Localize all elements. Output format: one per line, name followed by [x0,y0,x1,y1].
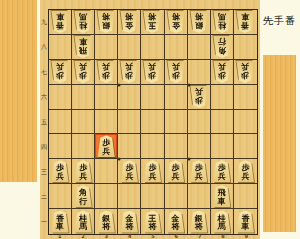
piece-kanji: 兵 [172,173,180,182]
board-cell[interactable] [72,134,95,159]
piece-kanji: 兵 [241,173,249,182]
rank-label: 九 [40,9,48,34]
board-cell[interactable] [165,85,188,110]
board-cell[interactable] [165,110,188,135]
piece-tile: 歩兵 [143,160,162,182]
gote-pawn[interactable]: 歩兵 [74,160,93,182]
sente-pawn[interactable]: 歩兵 [166,61,185,83]
rank-label: 三 [40,160,48,185]
file-label: 3 [95,234,118,239]
piece-tile: 歩兵 [189,160,208,182]
piece-tile: 金将 [120,11,139,33]
piece-tile: 銀将 [97,211,116,233]
piece-kanji: 桂 [79,20,87,29]
piece-tile: 香車 [236,11,255,33]
gote-pawn[interactable]: 歩兵 [51,160,70,182]
shogi-board: 九八七六五四三二一 香車桂馬銀将金将玉将金将銀将桂馬香車飛車角行歩兵歩兵歩兵歩兵… [40,0,260,239]
sente-pawn[interactable]: 歩兵 [74,61,93,83]
board-cell[interactable]: 歩兵 [211,60,234,85]
rank-label: 二 [40,185,48,210]
gote-pawn[interactable]: 歩兵 [120,160,139,182]
piece-kanji: 兵 [195,87,203,96]
piece-tile: 歩兵 [120,61,139,83]
board-cell[interactable]: 王将 [141,209,164,234]
piece-tile: 銀将 [189,211,208,233]
sente-rook[interactable]: 飛車 [74,36,93,58]
board-cell[interactable] [95,159,118,184]
piece-kanji: 車 [241,12,249,21]
piece-kanji: 将 [125,12,133,21]
sente-gold[interactable]: 金将 [166,11,185,33]
piece-kanji: 香 [241,20,249,29]
piece-tile: 歩兵 [166,61,185,83]
piece-kanji: 車 [56,12,64,21]
piece-tile: 歩兵 [97,135,116,157]
board-cell[interactable] [234,184,257,209]
board-cell[interactable]: 歩兵 [188,159,211,184]
piece-tile: 歩兵 [51,160,70,182]
piece-tile: 銀将 [189,11,208,33]
piece-kanji: 将 [172,12,180,21]
board-cell[interactable] [141,134,164,159]
board-cell[interactable] [188,134,211,159]
piece-tile: 歩兵 [166,160,185,182]
piece-tile: 金将 [120,211,139,233]
sente-knight[interactable]: 桂馬 [212,11,231,33]
piece-kanji: 金 [125,20,133,29]
sente-silver[interactable]: 銀将 [97,11,116,33]
sente-pawn[interactable]: 歩兵 [236,61,255,83]
board-cell[interactable] [95,110,118,135]
piece-tile: 飛車 [74,36,93,58]
piece-tile: 歩兵 [120,160,139,182]
board-cell[interactable] [188,60,211,85]
gote-silver[interactable]: 銀将 [189,211,208,233]
piece-kanji: 将 [172,223,180,232]
board-cell[interactable]: 金将 [118,209,141,234]
gote-knight[interactable]: 桂馬 [212,211,231,233]
piece-kanji: 兵 [102,62,110,71]
piece-kanji: 兵 [102,148,110,157]
board-cell[interactable] [49,85,72,110]
piece-tile: 歩兵 [212,61,231,83]
board-cell[interactable]: 歩兵 [141,159,164,184]
board-cell[interactable] [211,110,234,135]
rank-label: 七 [40,59,48,84]
board-cell[interactable] [165,134,188,159]
piece-kanji: 馬 [218,12,226,21]
piece-kanji: 将 [195,12,203,21]
gote-gold[interactable]: 金将 [166,211,185,233]
board-cell[interactable] [141,85,164,110]
shogi-diagram: 九八七六五四三二一 香車桂馬銀将金将玉将金将銀将桂馬香車飛車角行歩兵歩兵歩兵歩兵… [0,0,300,239]
rank-label: 四 [40,135,48,160]
file-label: 2 [71,234,94,239]
sente-pawn[interactable]: 歩兵 [189,86,208,108]
gote-silver[interactable]: 銀将 [97,211,116,233]
board-cell[interactable]: 歩兵 [49,60,72,85]
board-cell[interactable] [188,35,211,60]
rank-label: 五 [40,109,48,134]
board-cell[interactable]: 玉将 [141,10,164,35]
piece-tile: 歩兵 [97,61,116,83]
sente-silver[interactable]: 銀将 [189,11,208,33]
piece-kanji: 香 [56,20,64,29]
board-cell[interactable] [118,35,141,60]
piece-tile: 桂馬 [74,211,93,233]
piece-tile: 香車 [236,211,255,233]
piece-tile: 香車 [51,11,70,33]
board-cell[interactable]: 歩兵 [49,159,72,184]
board-cell[interactable] [141,110,164,135]
piece-kanji: 兵 [218,173,226,182]
piece-kanji: 歩 [218,70,226,79]
board-cell[interactable]: 歩兵 [234,159,257,184]
piece-tile: 桂馬 [212,11,231,33]
board-cell[interactable]: 金将 [118,10,141,35]
piece-kanji: 歩 [79,70,87,79]
board-cell[interactable] [234,110,257,135]
rank-label: 八 [40,34,48,59]
piece-tile: 桂馬 [212,211,231,233]
piece-tile: 角行 [74,185,93,207]
board-cell[interactable] [165,35,188,60]
piece-kanji: 桂 [218,20,226,29]
board-cell[interactable] [211,85,234,110]
gote-pawn[interactable]: 歩兵 [97,135,116,157]
piece-kanji: 角 [218,45,226,54]
piece-tile: 飛車 [212,185,231,207]
piece-kanji: 車 [56,223,64,232]
piece-kanji: 歩 [195,95,203,104]
turn-indicator: 先手番 [263,15,299,27]
board-cell[interactable] [49,35,72,60]
file-label: 9 [235,234,258,239]
piece-tile: 歩兵 [74,61,93,83]
board-cell[interactable]: 銀将 [188,209,211,234]
sente-knight[interactable]: 桂馬 [74,11,93,33]
board-cell[interactable]: 歩兵 [211,159,234,184]
piece-kanji: 歩 [102,70,110,79]
board-cell[interactable] [95,35,118,60]
board-cell[interactable] [95,85,118,110]
board-cell[interactable] [118,85,141,110]
piece-kanji: 馬 [218,223,226,232]
piece-kanji: 将 [102,223,110,232]
board-cell[interactable]: 歩兵 [141,60,164,85]
sente-gold[interactable]: 金将 [120,11,139,33]
board-cell[interactable] [141,184,164,209]
piece-kanji: 兵 [172,62,180,71]
piece-kanji: 将 [102,12,110,21]
gote-gold[interactable]: 金将 [120,211,139,233]
piece-tile: 玉将 [143,11,162,33]
file-labels: 123456789 [48,234,258,239]
piece-tile: 歩兵 [51,61,70,83]
piece-kanji: 将 [148,223,156,232]
board-cell[interactable] [118,134,141,159]
board-cell[interactable] [165,184,188,209]
board-cell[interactable] [234,134,257,159]
sente-lance[interactable]: 香車 [51,11,70,33]
gote-pawn[interactable]: 歩兵 [189,160,208,182]
piece-kanji: 銀 [102,20,110,29]
file-label: 6 [165,234,188,239]
piece-tile: 歩兵 [143,61,162,83]
board-cell[interactable]: 歩兵 [95,134,118,159]
piece-tile: 角行 [212,36,231,58]
board-cell[interactable] [49,184,72,209]
board-cell[interactable]: 金将 [165,10,188,35]
board-cell[interactable]: 桂馬 [72,209,95,234]
piece-kanji: 行 [79,198,87,207]
sente-pawn[interactable]: 歩兵 [120,61,139,83]
piece-tile: 金将 [166,211,185,233]
board-cell[interactable]: 銀将 [95,10,118,35]
piece-tile: 香車 [51,211,70,233]
board-cell[interactable] [95,184,118,209]
board-cell[interactable] [72,85,95,110]
piece-kanji: 兵 [56,173,64,182]
piece-tile: 銀将 [97,11,116,33]
piece-kanji: 飛 [79,45,87,54]
rank-label: 一 [40,210,48,235]
gote-pawn[interactable]: 歩兵 [212,160,231,182]
file-label: 8 [211,234,234,239]
board-cell[interactable] [118,110,141,135]
board-cell[interactable] [188,110,211,135]
board-cell[interactable]: 飛車 [211,184,234,209]
board-cell[interactable]: 銀将 [188,10,211,35]
piece-kanji: 兵 [125,62,133,71]
rank-label: 六 [40,84,48,109]
piece-kanji: 将 [195,223,203,232]
board-cell[interactable]: 香車 [234,209,257,234]
board-cell[interactable]: 歩兵 [72,159,95,184]
piece-kanji: 兵 [148,62,156,71]
board-cell[interactable]: 飛車 [72,35,95,60]
board-cell[interactable]: 桂馬 [211,209,234,234]
board-cell[interactable] [49,134,72,159]
file-label: 1 [48,234,71,239]
board-cell[interactable]: 歩兵 [118,60,141,85]
board-cell[interactable]: 桂馬 [211,10,234,35]
board-cell[interactable]: 金将 [165,209,188,234]
piece-tile: 金将 [166,11,185,33]
file-label: 7 [188,234,211,239]
piece-kanji: 歩 [125,70,133,79]
board-cell[interactable] [234,35,257,60]
sente-pawn[interactable]: 歩兵 [51,61,70,83]
right-wood-panel [263,55,296,232]
sente-pawn[interactable]: 歩兵 [212,61,231,83]
board-cell[interactable] [188,184,211,209]
board-cell[interactable]: 銀将 [95,209,118,234]
board-cell[interactable]: 歩兵 [188,85,211,110]
board-cell[interactable]: 歩兵 [165,159,188,184]
board-cell[interactable]: 歩兵 [72,60,95,85]
sente-king[interactable]: 玉将 [143,11,162,33]
piece-kanji: 将 [125,223,133,232]
sente-bishop[interactable]: 角行 [212,36,231,58]
sente-lance[interactable]: 香車 [236,11,255,33]
piece-tile: 歩兵 [236,160,255,182]
sente-pawn[interactable]: 歩兵 [143,61,162,83]
gote-knight[interactable]: 桂馬 [74,211,93,233]
gote-lance[interactable]: 香車 [51,211,70,233]
piece-kanji: 銀 [195,20,203,29]
piece-kanji: 玉 [148,20,156,29]
board-cell[interactable]: 桂馬 [72,10,95,35]
gote-pawn[interactable]: 歩兵 [236,160,255,182]
piece-tile: 歩兵 [212,160,231,182]
board-cell[interactable]: 歩兵 [165,60,188,85]
board-cell[interactable]: 歩兵 [234,60,257,85]
gote-bishop[interactable]: 角行 [74,185,93,207]
gote-pawn[interactable]: 歩兵 [143,160,162,182]
piece-kanji: 歩 [56,70,64,79]
piece-kanji: 車 [218,198,226,207]
board-cell[interactable] [49,110,72,135]
piece-kanji: 歩 [172,70,180,79]
piece-kanji: 兵 [79,173,87,182]
board-grid: 香車桂馬銀将金将玉将金将銀将桂馬香車飛車角行歩兵歩兵歩兵歩兵歩兵歩兵歩兵歩兵歩兵… [48,9,258,235]
piece-kanji: 兵 [79,62,87,71]
board-cell[interactable]: 角行 [211,35,234,60]
sente-pawn[interactable]: 歩兵 [97,61,116,83]
piece-kanji: 兵 [195,173,203,182]
piece-kanji: 車 [79,37,87,46]
piece-kanji: 歩 [241,70,249,79]
board-cell[interactable] [118,184,141,209]
board-cell[interactable]: 歩兵 [95,60,118,85]
rank-labels: 九八七六五四三二一 [40,9,48,235]
piece-kanji: 兵 [56,62,64,71]
board-cell[interactable]: 角行 [72,184,95,209]
board-cell[interactable]: 歩兵 [118,159,141,184]
piece-kanji: 金 [172,20,180,29]
board-cell[interactable] [141,35,164,60]
piece-kanji: 兵 [148,173,156,182]
piece-tile: 歩兵 [74,160,93,182]
board-cell[interactable] [211,134,234,159]
piece-tile: 歩兵 [189,86,208,108]
gote-rook[interactable]: 飛車 [212,185,231,207]
piece-tile: 王将 [143,211,162,233]
file-label: 5 [141,234,164,239]
piece-kanji: 将 [148,12,156,21]
piece-kanji: 兵 [241,62,249,71]
piece-kanji: 歩 [148,70,156,79]
piece-kanji: 馬 [79,12,87,21]
piece-kanji: 兵 [218,62,226,71]
board-cell[interactable] [234,85,257,110]
left-wood-panel [0,0,37,182]
piece-kanji: 馬 [79,223,87,232]
board-cell[interactable]: 香車 [49,209,72,234]
board-cell[interactable]: 香車 [234,10,257,35]
piece-kanji: 兵 [125,173,133,182]
gote-lance[interactable]: 香車 [236,211,255,233]
file-label: 4 [118,234,141,239]
gote-king[interactable]: 王将 [143,211,162,233]
piece-tile: 歩兵 [236,61,255,83]
gote-pawn[interactable]: 歩兵 [166,160,185,182]
board-cell[interactable] [72,110,95,135]
piece-kanji: 行 [218,37,226,46]
board-cell[interactable]: 香車 [49,10,72,35]
piece-kanji: 車 [241,223,249,232]
piece-tile: 桂馬 [74,11,93,33]
